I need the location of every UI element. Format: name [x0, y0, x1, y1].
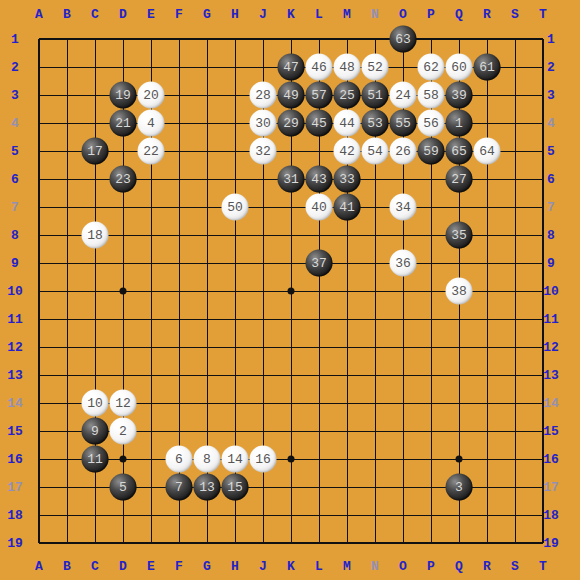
stone-white-48-M2: 48: [334, 54, 361, 81]
stone-white-62-P2: 62: [418, 54, 445, 81]
stone-white-26-O5: 26: [390, 138, 417, 165]
stone-white-20-E3: 20: [138, 82, 165, 109]
stone-black-1-Q4: 1: [446, 110, 473, 137]
go-board: AABBCCDDEEFFGGHHJJKKLLMMNNOOPPQQRRSSTT11…: [0, 0, 580, 580]
col-label-top-E: E: [147, 8, 155, 21]
col-label-top-P: P: [427, 8, 435, 21]
row-label-left-4: 4: [11, 117, 19, 130]
stone-black-31-K6: 31: [278, 166, 305, 193]
stone-black-11-C16: 11: [82, 446, 109, 473]
row-label-right-10: 10: [543, 285, 559, 298]
stone-white-64-R5: 64: [474, 138, 501, 165]
row-label-left-18: 18: [7, 509, 23, 522]
row-label-right-12: 12: [543, 341, 559, 354]
row-label-left-19: 19: [7, 537, 23, 550]
row-label-right-19: 19: [543, 537, 559, 550]
stone-black-17-C5: 17: [82, 138, 109, 165]
row-label-left-1: 1: [11, 33, 19, 46]
col-label-bottom-T: T: [539, 560, 547, 573]
row-label-left-9: 9: [11, 257, 19, 270]
col-label-top-H: H: [231, 8, 239, 21]
col-label-top-R: R: [483, 8, 491, 21]
stone-white-54-N5: 54: [362, 138, 389, 165]
col-label-bottom-L: L: [315, 560, 323, 573]
col-label-top-J: J: [259, 8, 267, 21]
star-point-Q16: [456, 456, 463, 463]
row-label-right-9: 9: [547, 257, 555, 270]
stone-white-18-C8: 18: [82, 222, 109, 249]
row-label-right-3: 3: [547, 89, 555, 102]
col-label-bottom-P: P: [427, 560, 435, 573]
row-label-left-16: 16: [7, 453, 23, 466]
stone-black-5-D17: 5: [110, 474, 137, 501]
stone-black-61-R2: 61: [474, 54, 501, 81]
stone-white-22-E5: 22: [138, 138, 165, 165]
stone-black-45-L4: 45: [306, 110, 333, 137]
row-label-left-11: 11: [7, 313, 23, 326]
row-label-right-6: 6: [547, 173, 555, 186]
row-label-left-13: 13: [7, 369, 23, 382]
col-label-bottom-S: S: [511, 560, 519, 573]
col-label-top-D: D: [119, 8, 127, 21]
stone-black-39-Q3: 39: [446, 82, 473, 109]
stone-black-47-K2: 47: [278, 54, 305, 81]
star-point-K16: [288, 456, 295, 463]
stone-black-55-O4: 55: [390, 110, 417, 137]
row-label-left-2: 2: [11, 61, 19, 74]
col-label-bottom-Q: Q: [455, 560, 463, 573]
col-label-top-O: O: [399, 8, 407, 21]
stone-black-37-L9: 37: [306, 250, 333, 277]
stone-black-3-Q17: 3: [446, 474, 473, 501]
col-label-bottom-O: O: [399, 560, 407, 573]
stone-white-32-J5: 32: [250, 138, 277, 165]
col-label-top-Q: Q: [455, 8, 463, 21]
stone-black-19-D3: 19: [110, 82, 137, 109]
row-label-left-15: 15: [7, 425, 23, 438]
col-label-top-A: A: [35, 8, 43, 21]
col-label-bottom-M: M: [343, 560, 351, 573]
stone-black-13-G17: 13: [194, 474, 221, 501]
col-label-bottom-J: J: [259, 560, 267, 573]
stone-white-46-L2: 46: [306, 54, 333, 81]
col-label-bottom-H: H: [231, 560, 239, 573]
stone-white-12-D14: 12: [110, 390, 137, 417]
stone-white-60-Q2: 60: [446, 54, 473, 81]
stone-white-56-P4: 56: [418, 110, 445, 137]
row-label-left-14: 14: [7, 397, 23, 410]
stone-black-49-K3: 49: [278, 82, 305, 109]
row-label-right-18: 18: [543, 509, 559, 522]
stone-black-25-M3: 25: [334, 82, 361, 109]
col-label-top-L: L: [315, 8, 323, 21]
stone-white-24-O3: 24: [390, 82, 417, 109]
stone-white-58-P3: 58: [418, 82, 445, 109]
stone-white-50-H7: 50: [222, 194, 249, 221]
stone-white-28-J3: 28: [250, 82, 277, 109]
col-label-top-S: S: [511, 8, 519, 21]
col-label-bottom-A: A: [35, 560, 43, 573]
col-label-top-K: K: [287, 8, 295, 21]
col-label-bottom-C: C: [91, 560, 99, 573]
col-label-bottom-E: E: [147, 560, 155, 573]
col-label-top-B: B: [63, 8, 71, 21]
col-label-bottom-F: F: [175, 560, 183, 573]
stone-black-23-D6: 23: [110, 166, 137, 193]
stone-white-16-J16: 16: [250, 446, 277, 473]
stone-black-65-Q5: 65: [446, 138, 473, 165]
row-label-right-2: 2: [547, 61, 555, 74]
stone-white-6-F16: 6: [166, 446, 193, 473]
row-label-right-4: 4: [547, 117, 555, 130]
col-label-top-M: M: [343, 8, 351, 21]
row-label-left-5: 5: [11, 145, 19, 158]
stone-black-63-O1: 63: [390, 26, 417, 53]
row-label-left-10: 10: [7, 285, 23, 298]
stone-black-27-Q6: 27: [446, 166, 473, 193]
stone-black-9-C15: 9: [82, 418, 109, 445]
row-label-left-7: 7: [11, 201, 19, 214]
row-label-left-17: 17: [7, 481, 23, 494]
stone-white-40-L7: 40: [306, 194, 333, 221]
row-label-right-16: 16: [543, 453, 559, 466]
col-label-bottom-B: B: [63, 560, 71, 573]
row-label-right-7: 7: [547, 201, 555, 214]
star-point-K10: [288, 288, 295, 295]
star-point-D10: [120, 288, 127, 295]
row-label-left-8: 8: [11, 229, 19, 242]
row-label-left-3: 3: [11, 89, 19, 102]
stone-white-36-O9: 36: [390, 250, 417, 277]
row-label-left-6: 6: [11, 173, 19, 186]
col-label-bottom-K: K: [287, 560, 295, 573]
stone-black-41-M7: 41: [334, 194, 361, 221]
stone-white-38-Q10: 38: [446, 278, 473, 305]
stone-white-2-D15: 2: [110, 418, 137, 445]
row-label-right-11: 11: [543, 313, 559, 326]
col-label-top-C: C: [91, 8, 99, 21]
row-label-right-8: 8: [547, 229, 555, 242]
stone-white-30-J4: 30: [250, 110, 277, 137]
col-label-top-N: N: [371, 8, 379, 21]
row-label-left-12: 12: [7, 341, 23, 354]
stone-black-21-D4: 21: [110, 110, 137, 137]
stone-white-44-M4: 44: [334, 110, 361, 137]
col-label-top-T: T: [539, 8, 547, 21]
col-label-top-F: F: [175, 8, 183, 21]
col-label-bottom-G: G: [203, 560, 211, 573]
col-label-bottom-N: N: [371, 560, 379, 573]
stone-white-34-O7: 34: [390, 194, 417, 221]
stone-black-57-L3: 57: [306, 82, 333, 109]
row-label-right-5: 5: [547, 145, 555, 158]
row-label-right-13: 13: [543, 369, 559, 382]
stone-white-14-H16: 14: [222, 446, 249, 473]
stone-white-10-C14: 10: [82, 390, 109, 417]
stone-black-33-M6: 33: [334, 166, 361, 193]
stone-white-52-N2: 52: [362, 54, 389, 81]
row-label-right-17: 17: [543, 481, 559, 494]
col-label-bottom-R: R: [483, 560, 491, 573]
stone-white-8-G16: 8: [194, 446, 221, 473]
stone-white-42-M5: 42: [334, 138, 361, 165]
stone-black-15-H17: 15: [222, 474, 249, 501]
row-label-right-15: 15: [543, 425, 559, 438]
stone-white-4-E4: 4: [138, 110, 165, 137]
stone-black-35-Q8: 35: [446, 222, 473, 249]
stone-black-43-L6: 43: [306, 166, 333, 193]
stone-black-59-P5: 59: [418, 138, 445, 165]
star-point-D16: [120, 456, 127, 463]
stone-black-53-N4: 53: [362, 110, 389, 137]
row-label-right-1: 1: [547, 33, 555, 46]
row-label-right-14: 14: [543, 397, 559, 410]
stone-black-51-N3: 51: [362, 82, 389, 109]
stone-black-7-F17: 7: [166, 474, 193, 501]
col-label-bottom-D: D: [119, 560, 127, 573]
col-label-top-G: G: [203, 8, 211, 21]
stone-black-29-K4: 29: [278, 110, 305, 137]
